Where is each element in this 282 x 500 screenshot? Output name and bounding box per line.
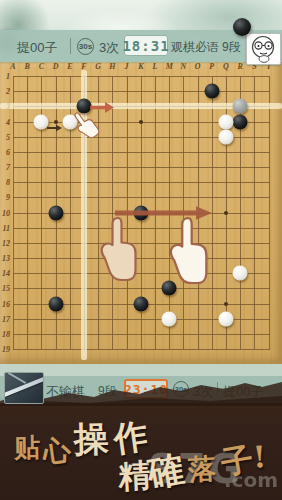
decorative-black-stone: [233, 18, 251, 36]
row-label: 13: [1, 254, 10, 263]
byoyomi-badge: 30s: [77, 38, 94, 55]
grid-line: [13, 258, 270, 259]
row-label: 5: [1, 132, 10, 141]
grid-line: [13, 334, 270, 335]
column-label: L: [153, 62, 158, 71]
go-stone-black-D16[interactable]: [48, 296, 63, 311]
slide-hint-arrow-f3: [90, 100, 114, 113]
column-label: K: [138, 62, 143, 71]
promo-char: 子: [218, 437, 257, 486]
grid-line: [212, 76, 213, 349]
star-point: [139, 120, 143, 124]
column-label: D: [53, 62, 59, 71]
row-label: 14: [1, 269, 10, 278]
promo-char: 心: [40, 431, 73, 473]
row-label: 17: [1, 314, 10, 323]
column-label: J: [125, 62, 129, 71]
grid-line: [13, 228, 270, 229]
row-label: 1: [1, 72, 10, 81]
column-label: R: [238, 62, 243, 71]
opponent-rank: 9段: [222, 39, 241, 56]
row-label: 19: [1, 345, 10, 354]
column-label: C: [39, 62, 44, 71]
slide-mark-arrow-d4: [47, 118, 62, 126]
row-label: 11: [1, 223, 10, 232]
opponent-avatar[interactable]: [246, 33, 281, 65]
sword-hilt-icon: [8, 372, 26, 384]
grid-line: [13, 273, 270, 274]
column-label: H: [109, 62, 115, 71]
row-label: 6: [1, 147, 10, 156]
go-app-screen: 提00子 30s 3次 18:31 观棋必语 9段 A1B2C3D4E5F6G7…: [0, 0, 282, 500]
row-label: 18: [1, 329, 10, 338]
opponent-captures-label: 提00子: [17, 39, 57, 57]
column-label: G: [95, 62, 101, 71]
sword-icon: [4, 377, 44, 398]
row-label: 12: [1, 238, 10, 247]
promo-char: 確: [144, 445, 188, 500]
go-stone-white-Q17[interactable]: [219, 311, 234, 326]
grid-line: [13, 243, 270, 244]
go-stone-black-R4[interactable]: [233, 114, 248, 129]
grid-line: [13, 349, 270, 350]
promo-char: 落: [187, 450, 217, 489]
row-label: 7: [1, 163, 10, 172]
promo-char: 操: [73, 416, 109, 464]
row-label: 15: [1, 284, 10, 293]
promo-char: 贴: [14, 430, 41, 465]
go-stone-black-P2[interactable]: [204, 84, 219, 99]
star-point: [224, 302, 228, 306]
row-label: 4: [1, 117, 10, 126]
column-label: P: [209, 62, 214, 71]
go-board[interactable]: A1B2C3D4E5F6G7H8J9K10L11M12N13O14P15Q16R…: [0, 62, 282, 364]
go-stone-white-Q5[interactable]: [219, 129, 234, 144]
column-label: M: [166, 62, 173, 71]
grid-line: [13, 288, 270, 289]
column-label: Q: [223, 62, 229, 71]
go-stone-white-M17[interactable]: [162, 311, 177, 326]
go-stone-ghost-R3[interactable]: [233, 99, 248, 114]
go-stone-white-Q4[interactable]: [219, 114, 234, 129]
demo-hand-left-icon: [98, 215, 138, 281]
meme-face-icon: [247, 34, 280, 64]
column-label: A: [10, 62, 15, 71]
column-label: B: [25, 62, 30, 71]
player-avatar[interactable]: [4, 372, 44, 404]
row-label: 9: [1, 193, 10, 202]
grid-line: [269, 76, 270, 349]
opponent-clock: 18:31: [124, 35, 168, 56]
demo-hand-right-icon: [167, 215, 209, 284]
go-stone-white-R14[interactable]: [233, 266, 248, 281]
grid-line: [254, 76, 255, 349]
byoyomi-periods: 3次: [99, 39, 119, 57]
column-label: N: [181, 62, 187, 71]
row-label: 16: [1, 299, 10, 308]
row-label: 2: [1, 87, 10, 96]
column-label: O: [195, 62, 201, 71]
divider: [70, 38, 71, 54]
row-label: 10: [1, 208, 10, 217]
star-point: [224, 211, 228, 215]
go-stone-black-K16[interactable]: [133, 296, 148, 311]
promo-char: !: [252, 439, 267, 475]
row-label: 8: [1, 178, 10, 187]
opponent-name: 观棋必语: [171, 39, 219, 56]
column-label: E: [67, 62, 72, 71]
go-stone-black-D10[interactable]: [48, 205, 63, 220]
